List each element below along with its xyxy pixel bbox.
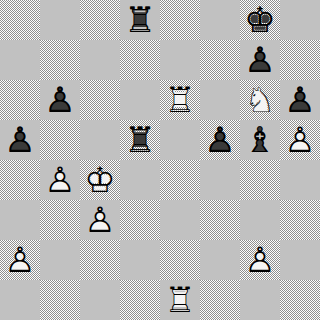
- square-b4[interactable]: ♟♙: [40, 160, 80, 200]
- square-g1[interactable]: [240, 280, 280, 320]
- square-h5[interactable]: ♟♙: [280, 120, 320, 160]
- white-knight-outline-glyph: ♘: [240, 80, 280, 120]
- square-g3[interactable]: [240, 200, 280, 240]
- piece-black-pawn[interactable]: ♟♙: [0, 120, 40, 160]
- piece-white-pawn[interactable]: ♟♙: [0, 240, 40, 280]
- piece-white-knight[interactable]: ♞♘: [240, 80, 280, 120]
- black-pawn-outline-glyph: ♙: [240, 40, 280, 80]
- chess-board: ♜♖♚♔♟♙♟♙♜♖♞♘♟♙♟♙♜♖♟♙♝♗♟♙♟♙♚♔♟♙♟♙♟♙♜♖: [0, 0, 320, 320]
- black-rook-outline-glyph: ♖: [120, 0, 160, 40]
- piece-white-pawn[interactable]: ♟♙: [240, 240, 280, 280]
- square-c1[interactable]: [80, 280, 120, 320]
- piece-black-rook[interactable]: ♜♖: [120, 0, 160, 40]
- piece-black-pawn[interactable]: ♟♙: [200, 120, 240, 160]
- piece-white-king[interactable]: ♚♔: [80, 160, 120, 200]
- square-a4[interactable]: [0, 160, 40, 200]
- white-king-outline-glyph: ♔: [80, 160, 120, 200]
- square-h3[interactable]: [280, 200, 320, 240]
- square-a3[interactable]: [0, 200, 40, 240]
- black-pawn-outline-glyph: ♙: [200, 120, 240, 160]
- square-h7[interactable]: [280, 40, 320, 80]
- square-f6[interactable]: [200, 80, 240, 120]
- square-b3[interactable]: [40, 200, 80, 240]
- white-pawn-outline-glyph: ♙: [280, 120, 320, 160]
- square-g2[interactable]: ♟♙: [240, 240, 280, 280]
- black-rook-outline-glyph: ♖: [120, 120, 160, 160]
- square-e3[interactable]: [160, 200, 200, 240]
- square-h8[interactable]: [280, 0, 320, 40]
- square-b5[interactable]: [40, 120, 80, 160]
- black-pawn-outline-glyph: ♙: [280, 80, 320, 120]
- square-c3[interactable]: ♟♙: [80, 200, 120, 240]
- square-a8[interactable]: [0, 0, 40, 40]
- white-rook-outline-glyph: ♖: [160, 80, 200, 120]
- square-b6[interactable]: ♟♙: [40, 80, 80, 120]
- square-c6[interactable]: [80, 80, 120, 120]
- square-d6[interactable]: [120, 80, 160, 120]
- square-c5[interactable]: [80, 120, 120, 160]
- square-e8[interactable]: [160, 0, 200, 40]
- white-rook-outline-glyph: ♖: [160, 280, 200, 320]
- piece-black-bishop[interactable]: ♝♗: [240, 120, 280, 160]
- piece-white-rook[interactable]: ♜♖: [160, 280, 200, 320]
- square-f4[interactable]: [200, 160, 240, 200]
- black-pawn-outline-glyph: ♙: [40, 80, 80, 120]
- black-bishop-outline-glyph: ♗: [240, 120, 280, 160]
- piece-white-pawn[interactable]: ♟♙: [280, 120, 320, 160]
- square-h2[interactable]: [280, 240, 320, 280]
- square-g4[interactable]: [240, 160, 280, 200]
- square-g8[interactable]: ♚♔: [240, 0, 280, 40]
- square-d4[interactable]: [120, 160, 160, 200]
- square-d3[interactable]: [120, 200, 160, 240]
- square-c4[interactable]: ♚♔: [80, 160, 120, 200]
- square-c8[interactable]: [80, 0, 120, 40]
- square-f3[interactable]: [200, 200, 240, 240]
- black-pawn-outline-glyph: ♙: [0, 120, 40, 160]
- square-a2[interactable]: ♟♙: [0, 240, 40, 280]
- piece-white-pawn[interactable]: ♟♙: [80, 200, 120, 240]
- square-d8[interactable]: ♜♖: [120, 0, 160, 40]
- square-h4[interactable]: [280, 160, 320, 200]
- piece-black-rook[interactable]: ♜♖: [120, 120, 160, 160]
- white-pawn-outline-glyph: ♙: [80, 200, 120, 240]
- square-e5[interactable]: [160, 120, 200, 160]
- piece-black-pawn[interactable]: ♟♙: [280, 80, 320, 120]
- square-b7[interactable]: [40, 40, 80, 80]
- square-g7[interactable]: ♟♙: [240, 40, 280, 80]
- square-e4[interactable]: [160, 160, 200, 200]
- piece-white-rook[interactable]: ♜♖: [160, 80, 200, 120]
- square-f1[interactable]: [200, 280, 240, 320]
- square-f2[interactable]: [200, 240, 240, 280]
- square-h6[interactable]: ♟♙: [280, 80, 320, 120]
- square-b8[interactable]: [40, 0, 80, 40]
- square-a7[interactable]: [0, 40, 40, 80]
- square-g5[interactable]: ♝♗: [240, 120, 280, 160]
- square-d7[interactable]: [120, 40, 160, 80]
- square-d5[interactable]: ♜♖: [120, 120, 160, 160]
- square-d2[interactable]: [120, 240, 160, 280]
- square-a6[interactable]: [0, 80, 40, 120]
- square-f8[interactable]: [200, 0, 240, 40]
- square-e6[interactable]: ♜♖: [160, 80, 200, 120]
- white-pawn-outline-glyph: ♙: [0, 240, 40, 280]
- square-a5[interactable]: ♟♙: [0, 120, 40, 160]
- square-c7[interactable]: [80, 40, 120, 80]
- piece-black-king[interactable]: ♚♔: [240, 0, 280, 40]
- square-e2[interactable]: [160, 240, 200, 280]
- square-f7[interactable]: [200, 40, 240, 80]
- square-e1[interactable]: ♜♖: [160, 280, 200, 320]
- white-pawn-outline-glyph: ♙: [40, 160, 80, 200]
- white-pawn-outline-glyph: ♙: [240, 240, 280, 280]
- square-b1[interactable]: [40, 280, 80, 320]
- square-h1[interactable]: [280, 280, 320, 320]
- black-king-outline-glyph: ♔: [240, 0, 280, 40]
- square-g6[interactable]: ♞♘: [240, 80, 280, 120]
- square-e7[interactable]: [160, 40, 200, 80]
- square-d1[interactable]: [120, 280, 160, 320]
- square-f5[interactable]: ♟♙: [200, 120, 240, 160]
- square-a1[interactable]: [0, 280, 40, 320]
- square-b2[interactable]: [40, 240, 80, 280]
- piece-white-pawn[interactable]: ♟♙: [40, 160, 80, 200]
- square-c2[interactable]: [80, 240, 120, 280]
- piece-black-pawn[interactable]: ♟♙: [40, 80, 80, 120]
- piece-black-pawn[interactable]: ♟♙: [240, 40, 280, 80]
